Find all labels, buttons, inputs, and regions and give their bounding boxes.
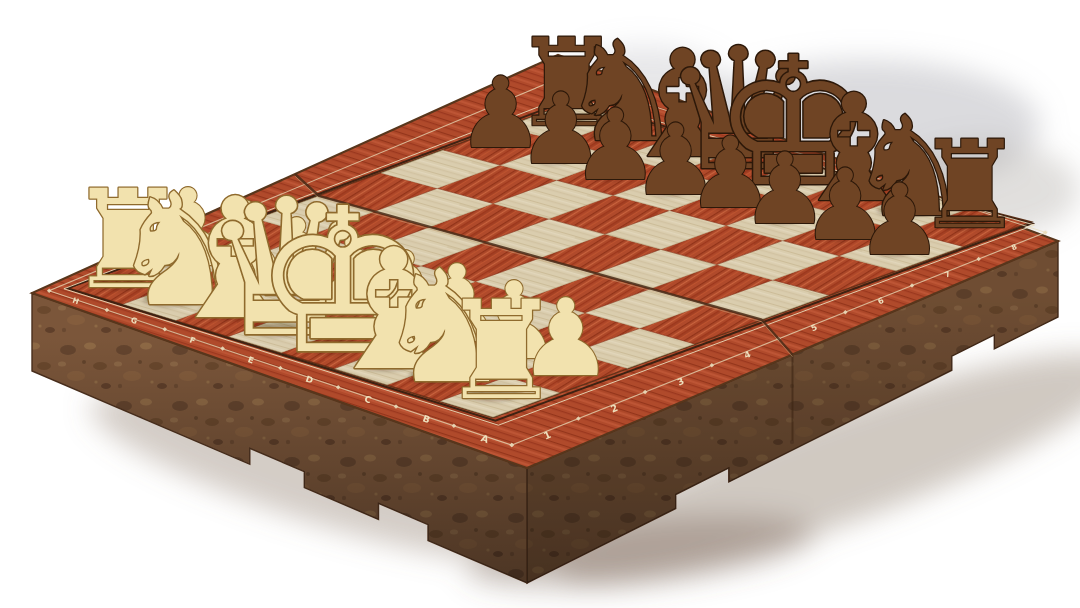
piece-black-pawn-a7: ♟ [856, 163, 944, 277]
chess-board: A1B2C3D4E5F6G7H8♜♞♟♝♟♛♟♚♟♝♟♞♟♜♟♟♟♟♜♟♞♟♝♟… [0, 0, 1080, 608]
chess-set-photo: chess [0, 0, 1080, 608]
piece-white-rook-a1: ♜ [440, 272, 562, 430]
